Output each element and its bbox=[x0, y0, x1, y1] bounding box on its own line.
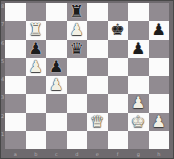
square-b6[interactable]: ♟ bbox=[26, 40, 47, 58]
square-a7[interactable] bbox=[5, 21, 26, 39]
square-h7[interactable]: ♟ bbox=[149, 21, 170, 39]
square-g3[interactable]: ♟ bbox=[128, 94, 149, 112]
square-h5[interactable] bbox=[149, 58, 170, 76]
square-a2[interactable] bbox=[5, 113, 26, 131]
square-d2[interactable] bbox=[67, 113, 88, 131]
black-queen-d6: ♛ bbox=[70, 40, 84, 56]
square-d4[interactable] bbox=[67, 76, 88, 94]
file-label-a: a bbox=[5, 150, 26, 158]
square-b1[interactable] bbox=[26, 131, 47, 149]
square-e7[interactable] bbox=[87, 21, 108, 39]
square-b2[interactable] bbox=[26, 113, 47, 131]
square-a5[interactable] bbox=[5, 58, 26, 76]
square-g6[interactable]: ♟ bbox=[128, 40, 149, 58]
square-h1[interactable] bbox=[149, 131, 170, 149]
white-rook-b7: ♜ bbox=[29, 22, 43, 38]
file-label-h: h bbox=[149, 150, 170, 158]
square-a6[interactable] bbox=[5, 40, 26, 58]
square-h3[interactable] bbox=[149, 94, 170, 112]
chess-diagram: 87654321 ♜♜♟♚♟♟♛♟♟♟♟♟♛♚♟ abcdefgh bbox=[0, 0, 174, 159]
square-f3[interactable] bbox=[108, 94, 129, 112]
square-d3[interactable] bbox=[67, 94, 88, 112]
file-label-e: e bbox=[87, 150, 108, 158]
black-pawn-c5: ♟ bbox=[49, 58, 63, 74]
square-c7[interactable] bbox=[46, 21, 67, 39]
square-g7[interactable] bbox=[128, 21, 149, 39]
square-e1[interactable] bbox=[87, 131, 108, 149]
square-a8[interactable] bbox=[5, 3, 26, 21]
square-a1[interactable] bbox=[5, 131, 26, 149]
square-d6[interactable]: ♛ bbox=[67, 40, 88, 58]
square-d7[interactable]: ♟ bbox=[67, 21, 88, 39]
square-b4[interactable] bbox=[26, 76, 47, 94]
square-g4[interactable] bbox=[128, 76, 149, 94]
square-c6[interactable] bbox=[46, 40, 67, 58]
square-a3[interactable] bbox=[5, 94, 26, 112]
square-f2[interactable] bbox=[108, 113, 129, 131]
square-b8[interactable] bbox=[26, 3, 47, 21]
black-pawn-b6: ♟ bbox=[29, 40, 43, 56]
square-c2[interactable] bbox=[46, 113, 67, 131]
square-g1[interactable] bbox=[128, 131, 149, 149]
square-e4[interactable] bbox=[87, 76, 108, 94]
square-f6[interactable] bbox=[108, 40, 129, 58]
square-f7[interactable]: ♚ bbox=[108, 21, 129, 39]
white-pawn-d7: ♟ bbox=[70, 22, 84, 38]
square-c4[interactable]: ♟ bbox=[46, 76, 67, 94]
square-a4[interactable] bbox=[5, 76, 26, 94]
black-king-f7: ♚ bbox=[111, 22, 125, 38]
square-d5[interactable] bbox=[67, 58, 88, 76]
file-labels: abcdefgh bbox=[5, 150, 169, 158]
square-e2[interactable]: ♛ bbox=[87, 113, 108, 131]
square-g5[interactable] bbox=[128, 58, 149, 76]
file-label-g: g bbox=[128, 150, 149, 158]
square-h4[interactable] bbox=[149, 76, 170, 94]
square-f4[interactable] bbox=[108, 76, 129, 94]
white-pawn-h2: ♟ bbox=[152, 113, 166, 129]
square-b7[interactable]: ♜ bbox=[26, 21, 47, 39]
black-pawn-g6: ♟ bbox=[131, 40, 145, 56]
square-c1[interactable] bbox=[46, 131, 67, 149]
square-f1[interactable] bbox=[108, 131, 129, 149]
black-rook-d8: ♜ bbox=[70, 4, 84, 20]
square-b5[interactable]: ♟ bbox=[26, 58, 47, 76]
square-c3[interactable] bbox=[46, 94, 67, 112]
file-label-b: b bbox=[26, 150, 47, 158]
square-d1[interactable] bbox=[67, 131, 88, 149]
square-d8[interactable]: ♜ bbox=[67, 3, 88, 21]
square-c5[interactable]: ♟ bbox=[46, 58, 67, 76]
square-h2[interactable]: ♟ bbox=[149, 113, 170, 131]
white-king-g2: ♚ bbox=[131, 113, 145, 129]
square-g2[interactable]: ♚ bbox=[128, 113, 149, 131]
file-label-c: c bbox=[46, 150, 67, 158]
chess-board: ♜♜♟♚♟♟♛♟♟♟♟♟♛♚♟ bbox=[5, 3, 169, 149]
square-g8[interactable] bbox=[128, 3, 149, 21]
square-e3[interactable] bbox=[87, 94, 108, 112]
square-b3[interactable] bbox=[26, 94, 47, 112]
square-e5[interactable] bbox=[87, 58, 108, 76]
black-pawn-h7: ♟ bbox=[152, 22, 166, 38]
square-e8[interactable] bbox=[87, 3, 108, 21]
file-label-d: d bbox=[67, 150, 88, 158]
white-pawn-c4: ♟ bbox=[49, 77, 63, 93]
square-f8[interactable] bbox=[108, 3, 129, 21]
file-label-f: f bbox=[108, 150, 129, 158]
white-pawn-g3: ♟ bbox=[131, 95, 145, 111]
square-f5[interactable] bbox=[108, 58, 129, 76]
white-pawn-b5: ♟ bbox=[29, 58, 43, 74]
square-h8[interactable] bbox=[149, 3, 170, 21]
square-h6[interactable] bbox=[149, 40, 170, 58]
square-e6[interactable] bbox=[87, 40, 108, 58]
white-queen-e2: ♛ bbox=[90, 113, 104, 129]
square-c8[interactable] bbox=[46, 3, 67, 21]
